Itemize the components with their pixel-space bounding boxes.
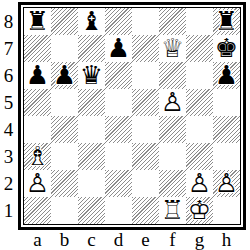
chessboard: ♜♜♝♝♜♜♟♟♛♕♚♚♟♟♟♟♛♛♟♟♟♙♝♗♟♙♟♙♟♙♜♖♚♔ [24,8,240,224]
square-h3 [213,143,240,170]
rank-label-8: 8 [0,8,17,35]
square-d5 [105,89,132,116]
white-bishop-a3: ♝♗ [24,143,51,170]
square-h7: ♚♚ [213,35,240,62]
square-b4 [51,116,78,143]
piece-glyph: ♙ [213,170,240,197]
square-a3: ♝♗ [24,143,51,170]
square-f6 [159,62,186,89]
piece-glyph: ♛ [78,62,105,89]
black-pawn-b6: ♟♟ [51,62,78,89]
square-f5: ♟♙ [159,89,186,116]
square-a8: ♜♜ [24,8,51,35]
square-b8 [51,8,78,35]
square-c8: ♝♝ [78,8,105,35]
square-g8 [186,8,213,35]
square-a7 [24,35,51,62]
square-g2: ♟♙ [186,170,213,197]
piece-glyph: ♝ [78,8,105,35]
black-king-h7: ♚♚ [213,35,240,62]
rank-label-3: 3 [0,143,17,170]
square-f2 [159,170,186,197]
rank-label-6: 6 [0,62,17,89]
square-b7 [51,35,78,62]
square-g6 [186,62,213,89]
square-f4 [159,116,186,143]
piece-glyph: ♜ [213,8,240,35]
square-d7: ♟♟ [105,35,132,62]
piece-glyph: ♚ [213,35,240,62]
white-pawn-g2: ♟♙ [186,170,213,197]
square-c6: ♛♛ [78,62,105,89]
piece-glyph: ♙ [186,170,213,197]
square-a6: ♟♟ [24,62,51,89]
black-rook-h8: ♜♜ [213,8,240,35]
file-label-c: c [78,230,105,250]
square-g3 [186,143,213,170]
board-inner-border: ♜♜♝♝♜♜♟♟♛♕♚♚♟♟♟♟♛♛♟♟♟♙♝♗♟♙♟♙♟♙♜♖♚♔ [23,7,241,225]
square-h4 [213,116,240,143]
square-e4 [132,116,159,143]
square-c1 [78,197,105,224]
square-c4 [78,116,105,143]
square-h2: ♟♙ [213,170,240,197]
piece-glyph: ♖ [159,197,186,224]
black-rook-a8: ♜♜ [24,8,51,35]
square-e2 [132,170,159,197]
piece-glyph: ♗ [24,143,51,170]
file-label-f: f [159,230,186,250]
file-labels: abcdefgh [24,230,240,250]
black-pawn-d7: ♟♟ [105,35,132,62]
square-a2: ♟♙ [24,170,51,197]
white-queen-f7: ♛♕ [159,35,186,62]
square-e7 [132,35,159,62]
white-rook-f1: ♜♖ [159,197,186,224]
file-label-g: g [186,230,213,250]
square-d6 [105,62,132,89]
square-d4 [105,116,132,143]
square-e6 [132,62,159,89]
square-b6: ♟♟ [51,62,78,89]
square-f1: ♜♖ [159,197,186,224]
piece-glyph: ♕ [159,35,186,62]
square-c2 [78,170,105,197]
square-a5 [24,89,51,116]
white-king-g1: ♚♔ [186,197,213,224]
square-g7 [186,35,213,62]
rank-label-5: 5 [0,89,17,116]
square-h1 [213,197,240,224]
square-b1 [51,197,78,224]
rank-label-7: 7 [0,35,17,62]
square-g4 [186,116,213,143]
rank-label-2: 2 [0,170,17,197]
rank-label-1: 1 [0,197,17,224]
square-a4 [24,116,51,143]
piece-glyph: ♙ [24,170,51,197]
square-c5 [78,89,105,116]
piece-glyph: ♟ [213,62,240,89]
file-label-b: b [51,230,78,250]
square-d1 [105,197,132,224]
chess-diagram: 87654321 ♜♜♝♝♜♜♟♟♛♕♚♚♟♟♟♟♛♛♟♟♟♙♝♗♟♙♟♙♟♙♜… [0,0,250,250]
board-frame: ♜♜♝♝♜♜♟♟♛♕♚♚♟♟♟♟♛♛♟♟♟♙♝♗♟♙♟♙♟♙♜♖♚♔ [18,2,246,230]
square-d2 [105,170,132,197]
black-queen-c6: ♛♛ [78,62,105,89]
square-c3 [78,143,105,170]
square-g5 [186,89,213,116]
white-pawn-f5: ♟♙ [159,89,186,116]
white-pawn-h2: ♟♙ [213,170,240,197]
white-pawn-a2: ♟♙ [24,170,51,197]
piece-glyph: ♙ [159,89,186,116]
piece-glyph: ♜ [24,8,51,35]
square-a1 [24,197,51,224]
square-c7 [78,35,105,62]
file-label-h: h [213,230,240,250]
square-h6: ♟♟ [213,62,240,89]
black-pawn-a6: ♟♟ [24,62,51,89]
rank-label-4: 4 [0,116,17,143]
square-d3 [105,143,132,170]
black-bishop-c8: ♝♝ [78,8,105,35]
square-e8 [132,8,159,35]
square-b3 [51,143,78,170]
square-b5 [51,89,78,116]
square-b2 [51,170,78,197]
square-e5 [132,89,159,116]
square-g1: ♚♔ [186,197,213,224]
piece-glyph: ♟ [24,62,51,89]
square-f8 [159,8,186,35]
square-d8 [105,8,132,35]
file-label-e: e [132,230,159,250]
square-f3 [159,143,186,170]
file-label-a: a [24,230,51,250]
black-pawn-h6: ♟♟ [213,62,240,89]
square-e1 [132,197,159,224]
square-e3 [132,143,159,170]
rank-labels: 87654321 [0,8,17,224]
square-h8: ♜♜ [213,8,240,35]
file-label-d: d [105,230,132,250]
square-f7: ♛♕ [159,35,186,62]
square-h5 [213,89,240,116]
piece-glyph: ♔ [186,197,213,224]
piece-glyph: ♟ [51,62,78,89]
piece-glyph: ♟ [105,35,132,62]
